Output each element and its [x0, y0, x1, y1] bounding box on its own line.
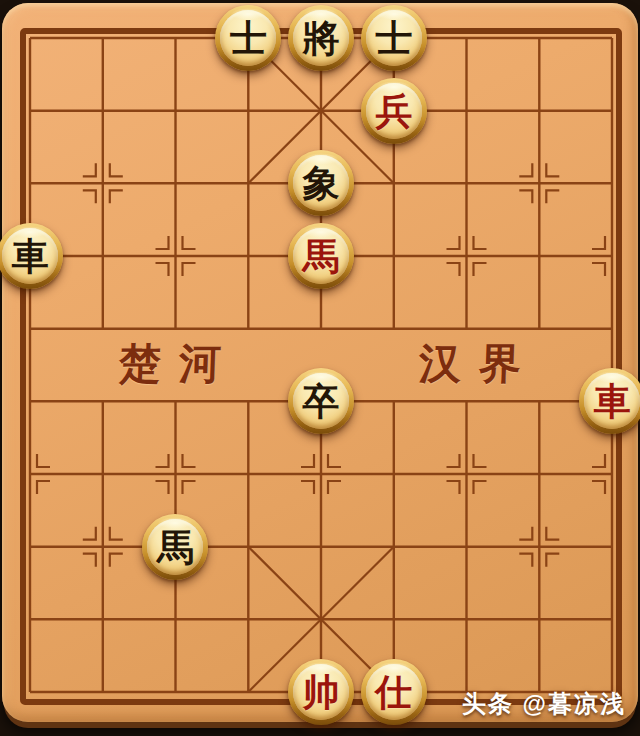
intersection-f1-r8[interactable] — [0, 510, 66, 583]
intersection-f1-r1[interactable] — [0, 2, 66, 75]
intersection-f3-r8[interactable]: 馬 — [139, 510, 212, 583]
intersection-f8-r8[interactable] — [503, 510, 576, 583]
intersection-f5-r4[interactable]: 馬 — [285, 220, 358, 293]
intersection-f1-r5[interactable] — [0, 292, 66, 365]
intersection-f7-r7[interactable] — [430, 438, 503, 511]
intersection-f5-r6[interactable]: 卒 — [285, 365, 358, 438]
intersection-f2-r2[interactable] — [66, 74, 139, 147]
intersection-f7-r4[interactable] — [430, 220, 503, 293]
piece-black-general[interactable]: 將 — [288, 5, 354, 71]
intersection-f4-r4[interactable] — [212, 220, 285, 293]
piece-black-chariot[interactable]: 車 — [0, 223, 63, 289]
piece-black-advisor[interactable]: 士 — [215, 5, 281, 71]
intersection-f3-r10[interactable] — [139, 656, 212, 729]
intersection-f8-r9[interactable] — [503, 583, 576, 656]
intersection-f9-r7[interactable] — [576, 438, 640, 511]
intersection-f2-r6[interactable] — [66, 365, 139, 438]
intersection-f5-r3[interactable]: 象 — [285, 147, 358, 220]
intersection-f2-r3[interactable] — [66, 147, 139, 220]
intersection-f6-r7[interactable] — [357, 438, 430, 511]
piece-character: 象 — [302, 164, 339, 202]
intersection-f9-r6[interactable]: 車 — [576, 365, 640, 438]
intersection-f9-r8[interactable] — [576, 510, 640, 583]
intersection-f1-r2[interactable] — [0, 74, 66, 147]
intersection-f1-r4[interactable]: 車 — [0, 220, 66, 293]
intersection-f9-r9[interactable] — [576, 583, 640, 656]
piece-red-advisor[interactable]: 仕 — [361, 659, 427, 725]
intersection-f3-r6[interactable] — [139, 365, 212, 438]
piece-character: 仕 — [375, 673, 412, 711]
intersection-f3-r3[interactable] — [139, 147, 212, 220]
intersection-f5-r7[interactable] — [285, 438, 358, 511]
intersection-f6-r4[interactable] — [357, 220, 430, 293]
intersection-f4-r8[interactable] — [212, 510, 285, 583]
intersection-f6-r9[interactable] — [357, 583, 430, 656]
intersection-f1-r7[interactable] — [0, 438, 66, 511]
intersection-f4-r9[interactable] — [212, 583, 285, 656]
intersection-f2-r4[interactable] — [66, 220, 139, 293]
intersection-f4-r1[interactable]: 士 — [212, 2, 285, 75]
intersection-f7-r6[interactable] — [430, 365, 503, 438]
piece-character: 士 — [230, 19, 267, 57]
intersection-f2-r10[interactable] — [66, 656, 139, 729]
intersection-f8-r7[interactable] — [503, 438, 576, 511]
piece-red-horse[interactable]: 馬 — [288, 223, 354, 289]
piece-character: 卒 — [302, 382, 339, 420]
piece-character: 馬 — [157, 528, 194, 566]
intersection-f2-r5[interactable] — [66, 292, 139, 365]
piece-red-chariot[interactable]: 車 — [579, 368, 640, 434]
screenshot-root: 楚河 汉界 士將士兵象車馬卒車馬帅仕 头条 @暮凉浅 — [0, 0, 640, 736]
intersection-f6-r3[interactable] — [357, 147, 430, 220]
intersection-f8-r2[interactable] — [503, 74, 576, 147]
intersection-f1-r9[interactable] — [0, 583, 66, 656]
intersection-f6-r6[interactable] — [357, 365, 430, 438]
intersection-f1-r6[interactable] — [0, 365, 66, 438]
intersection-f7-r1[interactable] — [430, 2, 503, 75]
piece-character: 士 — [375, 19, 412, 57]
piece-red-general[interactable]: 帅 — [288, 659, 354, 725]
intersection-f2-r7[interactable] — [66, 438, 139, 511]
intersection-f4-r3[interactable] — [212, 147, 285, 220]
intersection-f4-r6[interactable] — [212, 365, 285, 438]
intersection-f5-r9[interactable] — [285, 583, 358, 656]
intersection-f3-r7[interactable] — [139, 438, 212, 511]
intersection-f5-r8[interactable] — [285, 510, 358, 583]
piece-character: 帅 — [302, 673, 339, 711]
intersection-f8-r1[interactable] — [503, 2, 576, 75]
intersection-f2-r9[interactable] — [66, 583, 139, 656]
intersection-f7-r2[interactable] — [430, 74, 503, 147]
intersection-f2-r8[interactable] — [66, 510, 139, 583]
piece-red-soldier[interactable]: 兵 — [361, 78, 427, 144]
intersection-f6-r5[interactable] — [357, 292, 430, 365]
intersection-f8-r3[interactable] — [503, 147, 576, 220]
intersection-f6-r10[interactable]: 仕 — [357, 656, 430, 729]
intersection-f3-r9[interactable] — [139, 583, 212, 656]
intersection-f3-r5[interactable] — [139, 292, 212, 365]
piece-character: 兵 — [375, 92, 412, 130]
piece-black-soldier[interactable]: 卒 — [288, 368, 354, 434]
intersection-f7-r3[interactable] — [430, 147, 503, 220]
intersection-f4-r10[interactable] — [212, 656, 285, 729]
piece-black-advisor[interactable]: 士 — [361, 5, 427, 71]
intersection-f6-r8[interactable] — [357, 510, 430, 583]
piece-black-elephant[interactable]: 象 — [288, 150, 354, 216]
intersection-f9-r2[interactable] — [576, 74, 640, 147]
intersection-f9-r5[interactable] — [576, 292, 640, 365]
intersection-f5-r2[interactable] — [285, 74, 358, 147]
intersection-f3-r2[interactable] — [139, 74, 212, 147]
intersection-f8-r6[interactable] — [503, 365, 576, 438]
intersection-f3-r4[interactable] — [139, 220, 212, 293]
intersection-f9-r1[interactable] — [576, 2, 640, 75]
intersection-f3-r1[interactable] — [139, 2, 212, 75]
piece-character: 馬 — [302, 237, 339, 275]
piece-character: 車 — [11, 237, 48, 275]
intersection-f6-r1[interactable]: 士 — [357, 2, 430, 75]
intersection-f4-r5[interactable] — [212, 292, 285, 365]
intersection-f7-r9[interactable] — [430, 583, 503, 656]
intersection-f1-r10[interactable] — [0, 656, 66, 729]
intersection-f4-r7[interactable] — [212, 438, 285, 511]
intersection-f8-r5[interactable] — [503, 292, 576, 365]
intersection-f9-r4[interactable] — [576, 220, 640, 293]
intersection-f5-r10[interactable]: 帅 — [285, 656, 358, 729]
intersection-f4-r2[interactable] — [212, 74, 285, 147]
piece-black-horse[interactable]: 馬 — [142, 514, 208, 580]
watermark: 头条 @暮凉浅 — [462, 688, 626, 720]
intersection-f2-r1[interactable] — [66, 2, 139, 75]
intersection-f1-r3[interactable] — [0, 147, 66, 220]
intersection-f9-r3[interactable] — [576, 147, 640, 220]
intersection-f8-r4[interactable] — [503, 220, 576, 293]
intersection-f6-r2[interactable]: 兵 — [357, 74, 430, 147]
intersection-f5-r5[interactable] — [285, 292, 358, 365]
intersection-f7-r5[interactable] — [430, 292, 503, 365]
intersection-f5-r1[interactable]: 將 — [285, 2, 358, 75]
piece-character: 將 — [302, 19, 339, 57]
piece-character: 車 — [593, 382, 630, 420]
board-grid: 士將士兵象車馬卒車馬帅仕 — [0, 2, 640, 729]
intersection-f7-r8[interactable] — [430, 510, 503, 583]
